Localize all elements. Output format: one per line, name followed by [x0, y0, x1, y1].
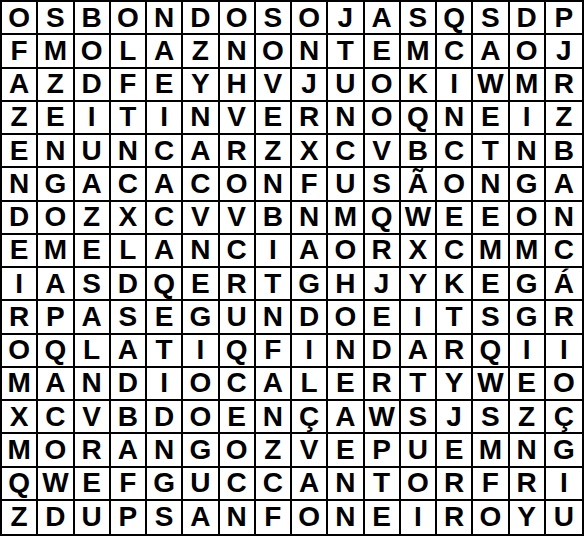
cell-r6-c1[interactable]: N	[2, 168, 38, 201]
cell-r15-c10[interactable]: N	[328, 468, 364, 501]
cell-r5-c13[interactable]: C	[437, 135, 473, 168]
cell-r13-c10[interactable]: A	[328, 401, 364, 434]
cell-r5-c14[interactable]: T	[473, 135, 509, 168]
cell-r10-c10[interactable]: O	[328, 301, 364, 334]
cell-r7-c3[interactable]: Z	[75, 202, 111, 235]
cell-r15-c15[interactable]: R	[510, 468, 546, 501]
cell-r6-c16[interactable]: A	[546, 168, 582, 201]
cell-r2-c10[interactable]: T	[328, 35, 364, 68]
cell-r2-c4[interactable]: L	[111, 35, 147, 68]
cell-r13-c9[interactable]: Ç	[292, 401, 328, 434]
cell-r16-c14[interactable]: O	[473, 501, 509, 534]
cell-r4-c10[interactable]: N	[328, 102, 364, 135]
cell-r9-c16[interactable]: Á	[546, 268, 582, 301]
cell-r11-c8[interactable]: F	[256, 335, 292, 368]
cell-r1-c11[interactable]: A	[365, 2, 401, 35]
cell-r13-c1[interactable]: X	[2, 401, 38, 434]
cell-r5-c8[interactable]: Z	[256, 135, 292, 168]
cell-r7-c10[interactable]: M	[328, 202, 364, 235]
cell-r7-c9[interactable]: N	[292, 202, 328, 235]
cell-r16-c13[interactable]: R	[437, 501, 473, 534]
cell-r2-c11[interactable]: E	[365, 35, 401, 68]
cell-r3-c9[interactable]: J	[292, 69, 328, 102]
cell-r2-c15[interactable]: O	[510, 35, 546, 68]
cell-r10-c12[interactable]: I	[401, 301, 437, 334]
cell-r5-c16[interactable]: B	[546, 135, 582, 168]
cell-r10-c6[interactable]: G	[183, 301, 219, 334]
cell-r13-c2[interactable]: C	[38, 401, 74, 434]
cell-r16-c4[interactable]: P	[111, 501, 147, 534]
cell-r3-c11[interactable]: O	[365, 69, 401, 102]
cell-r16-c11[interactable]: E	[365, 501, 401, 534]
cell-r3-c3[interactable]: D	[75, 69, 111, 102]
cell-r6-c14[interactable]: N	[473, 168, 509, 201]
cell-r16-c7[interactable]: N	[220, 501, 256, 534]
cell-r4-c12[interactable]: Q	[401, 102, 437, 135]
cell-r11-c14[interactable]: Q	[473, 335, 509, 368]
cell-r13-c11[interactable]: W	[365, 401, 401, 434]
cell-r10-c8[interactable]: N	[256, 301, 292, 334]
cell-r4-c15[interactable]: I	[510, 102, 546, 135]
cell-r3-c4[interactable]: F	[111, 69, 147, 102]
cell-r15-c6[interactable]: U	[183, 468, 219, 501]
cell-r15-c2[interactable]: W	[38, 468, 74, 501]
cell-r13-c4[interactable]: B	[111, 401, 147, 434]
cell-r14-c8[interactable]: Z	[256, 434, 292, 467]
cell-r16-c10[interactable]: N	[328, 501, 364, 534]
cell-r13-c14[interactable]: S	[473, 401, 509, 434]
cell-r13-c5[interactable]: D	[147, 401, 183, 434]
cell-r11-c13[interactable]: R	[437, 335, 473, 368]
cell-r16-c3[interactable]: U	[75, 501, 111, 534]
cell-r16-c9[interactable]: O	[292, 501, 328, 534]
cell-r2-c5[interactable]: A	[147, 35, 183, 68]
cell-r3-c1[interactable]: A	[2, 69, 38, 102]
cell-r1-c6[interactable]: D	[183, 2, 219, 35]
cell-r6-c6[interactable]: C	[183, 168, 219, 201]
cell-r4-c4[interactable]: T	[111, 102, 147, 135]
cell-r4-c6[interactable]: N	[183, 102, 219, 135]
cell-r14-c3[interactable]: R	[75, 434, 111, 467]
cell-r7-c6[interactable]: V	[183, 202, 219, 235]
cell-r12-c4[interactable]: D	[111, 368, 147, 401]
cell-r11-c12[interactable]: A	[401, 335, 437, 368]
cell-r15-c14[interactable]: F	[473, 468, 509, 501]
cell-r12-c12[interactable]: T	[401, 368, 437, 401]
cell-r11-c3[interactable]: L	[75, 335, 111, 368]
cell-r14-c12[interactable]: U	[401, 434, 437, 467]
cell-r11-c1[interactable]: O	[2, 335, 38, 368]
cell-r16-c15[interactable]: Y	[510, 501, 546, 534]
cell-r12-c16[interactable]: O	[546, 368, 582, 401]
cell-r6-c5[interactable]: A	[147, 168, 183, 201]
cell-r14-c5[interactable]: N	[147, 434, 183, 467]
cell-r9-c4[interactable]: D	[111, 268, 147, 301]
cell-r11-c16[interactable]: I	[546, 335, 582, 368]
cell-r4-c9[interactable]: R	[292, 102, 328, 135]
cell-r3-c10[interactable]: U	[328, 69, 364, 102]
cell-r3-c14[interactable]: W	[473, 69, 509, 102]
cell-r6-c11[interactable]: S	[365, 168, 401, 201]
cell-r10-c15[interactable]: G	[510, 301, 546, 334]
cell-r5-c6[interactable]: A	[183, 135, 219, 168]
cell-r6-c10[interactable]: U	[328, 168, 364, 201]
cell-r2-c14[interactable]: A	[473, 35, 509, 68]
cell-r16-c8[interactable]: F	[256, 501, 292, 534]
cell-r16-c1[interactable]: Z	[2, 501, 38, 534]
cell-r8-c5[interactable]: A	[147, 235, 183, 268]
cell-r2-c13[interactable]: C	[437, 35, 473, 68]
cell-r7-c8[interactable]: B	[256, 202, 292, 235]
cell-r3-c15[interactable]: M	[510, 69, 546, 102]
cell-r3-c5[interactable]: E	[147, 69, 183, 102]
cell-r10-c1[interactable]: R	[2, 301, 38, 334]
cell-r13-c7[interactable]: E	[220, 401, 256, 434]
cell-r4-c13[interactable]: N	[437, 102, 473, 135]
cell-r13-c12[interactable]: S	[401, 401, 437, 434]
cell-r12-c13[interactable]: Y	[437, 368, 473, 401]
cell-r11-c6[interactable]: I	[183, 335, 219, 368]
cell-r1-c8[interactable]: S	[256, 2, 292, 35]
cell-r10-c13[interactable]: T	[437, 301, 473, 334]
cell-r9-c15[interactable]: G	[510, 268, 546, 301]
cell-r7-c5[interactable]: C	[147, 202, 183, 235]
cell-r5-c3[interactable]: U	[75, 135, 111, 168]
cell-r5-c2[interactable]: N	[38, 135, 74, 168]
cell-r7-c7[interactable]: V	[220, 202, 256, 235]
cell-r13-c13[interactable]: J	[437, 401, 473, 434]
cell-r10-c9[interactable]: D	[292, 301, 328, 334]
cell-r6-c15[interactable]: G	[510, 168, 546, 201]
cell-r1-c9[interactable]: O	[292, 2, 328, 35]
cell-r8-c15[interactable]: M	[510, 235, 546, 268]
cell-r5-c4[interactable]: N	[111, 135, 147, 168]
cell-r6-c8[interactable]: N	[256, 168, 292, 201]
cell-r3-c16[interactable]: R	[546, 69, 582, 102]
cell-r2-c12[interactable]: M	[401, 35, 437, 68]
cell-r9-c14[interactable]: E	[473, 268, 509, 301]
cell-r11-c7[interactable]: Q	[220, 335, 256, 368]
cell-r8-c1[interactable]: E	[2, 235, 38, 268]
cell-r12-c6[interactable]: O	[183, 368, 219, 401]
cell-r6-c3[interactable]: A	[75, 168, 111, 201]
cell-r16-c5[interactable]: S	[147, 501, 183, 534]
cell-r7-c12[interactable]: W	[401, 202, 437, 235]
cell-r6-c2[interactable]: G	[38, 168, 74, 201]
cell-r4-c7[interactable]: V	[220, 102, 256, 135]
cell-r4-c3[interactable]: I	[75, 102, 111, 135]
cell-r10-c2[interactable]: P	[38, 301, 74, 334]
cell-r5-c11[interactable]: V	[365, 135, 401, 168]
cell-r12-c14[interactable]: W	[473, 368, 509, 401]
cell-r7-c14[interactable]: E	[473, 202, 509, 235]
cell-r1-c4[interactable]: O	[111, 2, 147, 35]
cell-r7-c2[interactable]: O	[38, 202, 74, 235]
cell-r7-c13[interactable]: E	[437, 202, 473, 235]
cell-r5-c12[interactable]: B	[401, 135, 437, 168]
cell-r7-c1[interactable]: D	[2, 202, 38, 235]
cell-r12-c1[interactable]: M	[2, 368, 38, 401]
cell-r10-c3[interactable]: A	[75, 301, 111, 334]
cell-r11-c11[interactable]: D	[365, 335, 401, 368]
cell-r6-c4[interactable]: C	[111, 168, 147, 201]
cell-r11-c2[interactable]: Q	[38, 335, 74, 368]
cell-r10-c7[interactable]: U	[220, 301, 256, 334]
cell-r13-c8[interactable]: N	[256, 401, 292, 434]
cell-r6-c9[interactable]: F	[292, 168, 328, 201]
cell-r14-c10[interactable]: E	[328, 434, 364, 467]
cell-r9-c5[interactable]: Q	[147, 268, 183, 301]
word-search-board: OSBONDOSOJASQSDPFMOLAZNONTEMCAOJAZDFEYHV…	[0, 0, 584, 536]
cell-r15-c16[interactable]: I	[546, 468, 582, 501]
cell-r9-c6[interactable]: E	[183, 268, 219, 301]
cell-r14-c1[interactable]: M	[2, 434, 38, 467]
cell-r11-c15[interactable]: I	[510, 335, 546, 368]
cell-r15-c7[interactable]: C	[220, 468, 256, 501]
cell-r8-c4[interactable]: L	[111, 235, 147, 268]
cell-r2-c7[interactable]: N	[220, 35, 256, 68]
cell-r15-c5[interactable]: G	[147, 468, 183, 501]
cell-r9-c8[interactable]: T	[256, 268, 292, 301]
cell-r15-c11[interactable]: T	[365, 468, 401, 501]
cell-r10-c16[interactable]: R	[546, 301, 582, 334]
cell-r8-c10[interactable]: O	[328, 235, 364, 268]
cell-r7-c16[interactable]: N	[546, 202, 582, 235]
cell-r14-c4[interactable]: A	[111, 434, 147, 467]
cell-r14-c16[interactable]: G	[546, 434, 582, 467]
cell-r1-c3[interactable]: B	[75, 2, 111, 35]
cell-r1-c5[interactable]: N	[147, 2, 183, 35]
cell-r11-c4[interactable]: A	[111, 335, 147, 368]
cell-r1-c1[interactable]: O	[2, 2, 38, 35]
cell-r8-c8[interactable]: I	[256, 235, 292, 268]
cell-r12-c8[interactable]: A	[256, 368, 292, 401]
cell-r2-c2[interactable]: M	[38, 35, 74, 68]
cell-r8-c11[interactable]: R	[365, 235, 401, 268]
cell-r15-c1[interactable]: Q	[2, 468, 38, 501]
cell-r12-c9[interactable]: L	[292, 368, 328, 401]
cell-r12-c5[interactable]: I	[147, 368, 183, 401]
cell-r1-c13[interactable]: Q	[437, 2, 473, 35]
cell-r10-c4[interactable]: S	[111, 301, 147, 334]
cell-r6-c7[interactable]: O	[220, 168, 256, 201]
cell-r2-c16[interactable]: J	[546, 35, 582, 68]
cell-r6-c12[interactable]: Ã	[401, 168, 437, 201]
cell-r8-c16[interactable]: C	[546, 235, 582, 268]
cell-r8-c3[interactable]: E	[75, 235, 111, 268]
cell-r9-c11[interactable]: J	[365, 268, 401, 301]
cell-r15-c3[interactable]: E	[75, 468, 111, 501]
cell-r12-c10[interactable]: E	[328, 368, 364, 401]
cell-r14-c13[interactable]: E	[437, 434, 473, 467]
cell-r15-c12[interactable]: O	[401, 468, 437, 501]
cell-r4-c14[interactable]: E	[473, 102, 509, 135]
cell-r1-c15[interactable]: D	[510, 2, 546, 35]
cell-r1-c14[interactable]: S	[473, 2, 509, 35]
cell-r2-c9[interactable]: N	[292, 35, 328, 68]
cell-r14-c15[interactable]: N	[510, 434, 546, 467]
cell-r7-c4[interactable]: X	[111, 202, 147, 235]
cell-r9-c9[interactable]: G	[292, 268, 328, 301]
cell-r2-c3[interactable]: O	[75, 35, 111, 68]
cell-r15-c8[interactable]: C	[256, 468, 292, 501]
cell-r14-c14[interactable]: M	[473, 434, 509, 467]
cell-r11-c10[interactable]: N	[328, 335, 364, 368]
cell-r4-c5[interactable]: I	[147, 102, 183, 135]
cell-r1-c10[interactable]: J	[328, 2, 364, 35]
cell-r2-c6[interactable]: Z	[183, 35, 219, 68]
cell-r13-c6[interactable]: O	[183, 401, 219, 434]
cell-r4-c11[interactable]: O	[365, 102, 401, 135]
cell-r1-c7[interactable]: O	[220, 2, 256, 35]
cell-r11-c9[interactable]: I	[292, 335, 328, 368]
cell-r5-c1[interactable]: E	[2, 135, 38, 168]
cell-r8-c13[interactable]: C	[437, 235, 473, 268]
cell-r15-c4[interactable]: F	[111, 468, 147, 501]
cell-r14-c11[interactable]: P	[365, 434, 401, 467]
cell-r16-c2[interactable]: D	[38, 501, 74, 534]
cell-r14-c6[interactable]: G	[183, 434, 219, 467]
cell-r15-c9[interactable]: A	[292, 468, 328, 501]
cell-r1-c12[interactable]: S	[401, 2, 437, 35]
cell-r11-c5[interactable]: T	[147, 335, 183, 368]
cell-r8-c7[interactable]: C	[220, 235, 256, 268]
cell-r16-c16[interactable]: U	[546, 501, 582, 534]
cell-r8-c14[interactable]: M	[473, 235, 509, 268]
cell-r12-c3[interactable]: N	[75, 368, 111, 401]
cell-r10-c11[interactable]: E	[365, 301, 401, 334]
cell-r16-c6[interactable]: A	[183, 501, 219, 534]
cell-r8-c2[interactable]: M	[38, 235, 74, 268]
cell-r8-c6[interactable]: N	[183, 235, 219, 268]
cell-r12-c11[interactable]: R	[365, 368, 401, 401]
cell-r4-c1[interactable]: Z	[2, 102, 38, 135]
cell-r5-c10[interactable]: C	[328, 135, 364, 168]
cell-r7-c15[interactable]: O	[510, 202, 546, 235]
cell-r13-c3[interactable]: V	[75, 401, 111, 434]
cell-r4-c2[interactable]: E	[38, 102, 74, 135]
cell-r10-c5[interactable]: E	[147, 301, 183, 334]
cell-r14-c7[interactable]: O	[220, 434, 256, 467]
cell-r9-c10[interactable]: H	[328, 268, 364, 301]
cell-r13-c16[interactable]: Ç	[546, 401, 582, 434]
cell-r12-c15[interactable]: E	[510, 368, 546, 401]
cell-r5-c5[interactable]: C	[147, 135, 183, 168]
cell-r3-c2[interactable]: Z	[38, 69, 74, 102]
cell-r9-c7[interactable]: R	[220, 268, 256, 301]
cell-r5-c15[interactable]: N	[510, 135, 546, 168]
cell-r4-c16[interactable]: Z	[546, 102, 582, 135]
cell-r3-c13[interactable]: I	[437, 69, 473, 102]
cell-r8-c12[interactable]: X	[401, 235, 437, 268]
cell-r8-c9[interactable]: A	[292, 235, 328, 268]
cell-r9-c3[interactable]: S	[75, 268, 111, 301]
cell-r12-c7[interactable]: C	[220, 368, 256, 401]
cell-r9-c13[interactable]: K	[437, 268, 473, 301]
cell-r9-c1[interactable]: I	[2, 268, 38, 301]
cell-r14-c2[interactable]: O	[38, 434, 74, 467]
cell-r7-c11[interactable]: Q	[365, 202, 401, 235]
cell-r2-c1[interactable]: F	[2, 35, 38, 68]
cell-r1-c16[interactable]: P	[546, 2, 582, 35]
cell-r15-c13[interactable]: R	[437, 468, 473, 501]
cell-r3-c8[interactable]: V	[256, 69, 292, 102]
cell-r14-c9[interactable]: V	[292, 434, 328, 467]
cell-r16-c12[interactable]: I	[401, 501, 437, 534]
cell-r5-c9[interactable]: X	[292, 135, 328, 168]
cell-r12-c2[interactable]: A	[38, 368, 74, 401]
cell-r4-c8[interactable]: E	[256, 102, 292, 135]
cell-r13-c15[interactable]: Z	[510, 401, 546, 434]
cell-r5-c7[interactable]: R	[220, 135, 256, 168]
cell-r6-c13[interactable]: O	[437, 168, 473, 201]
cell-r2-c8[interactable]: O	[256, 35, 292, 68]
cell-r9-c2[interactable]: A	[38, 268, 74, 301]
cell-r10-c14[interactable]: S	[473, 301, 509, 334]
cell-r3-c12[interactable]: K	[401, 69, 437, 102]
cell-r1-c2[interactable]: S	[38, 2, 74, 35]
cell-r9-c12[interactable]: Y	[401, 268, 437, 301]
cell-r3-c7[interactable]: H	[220, 69, 256, 102]
cell-r3-c6[interactable]: Y	[183, 69, 219, 102]
